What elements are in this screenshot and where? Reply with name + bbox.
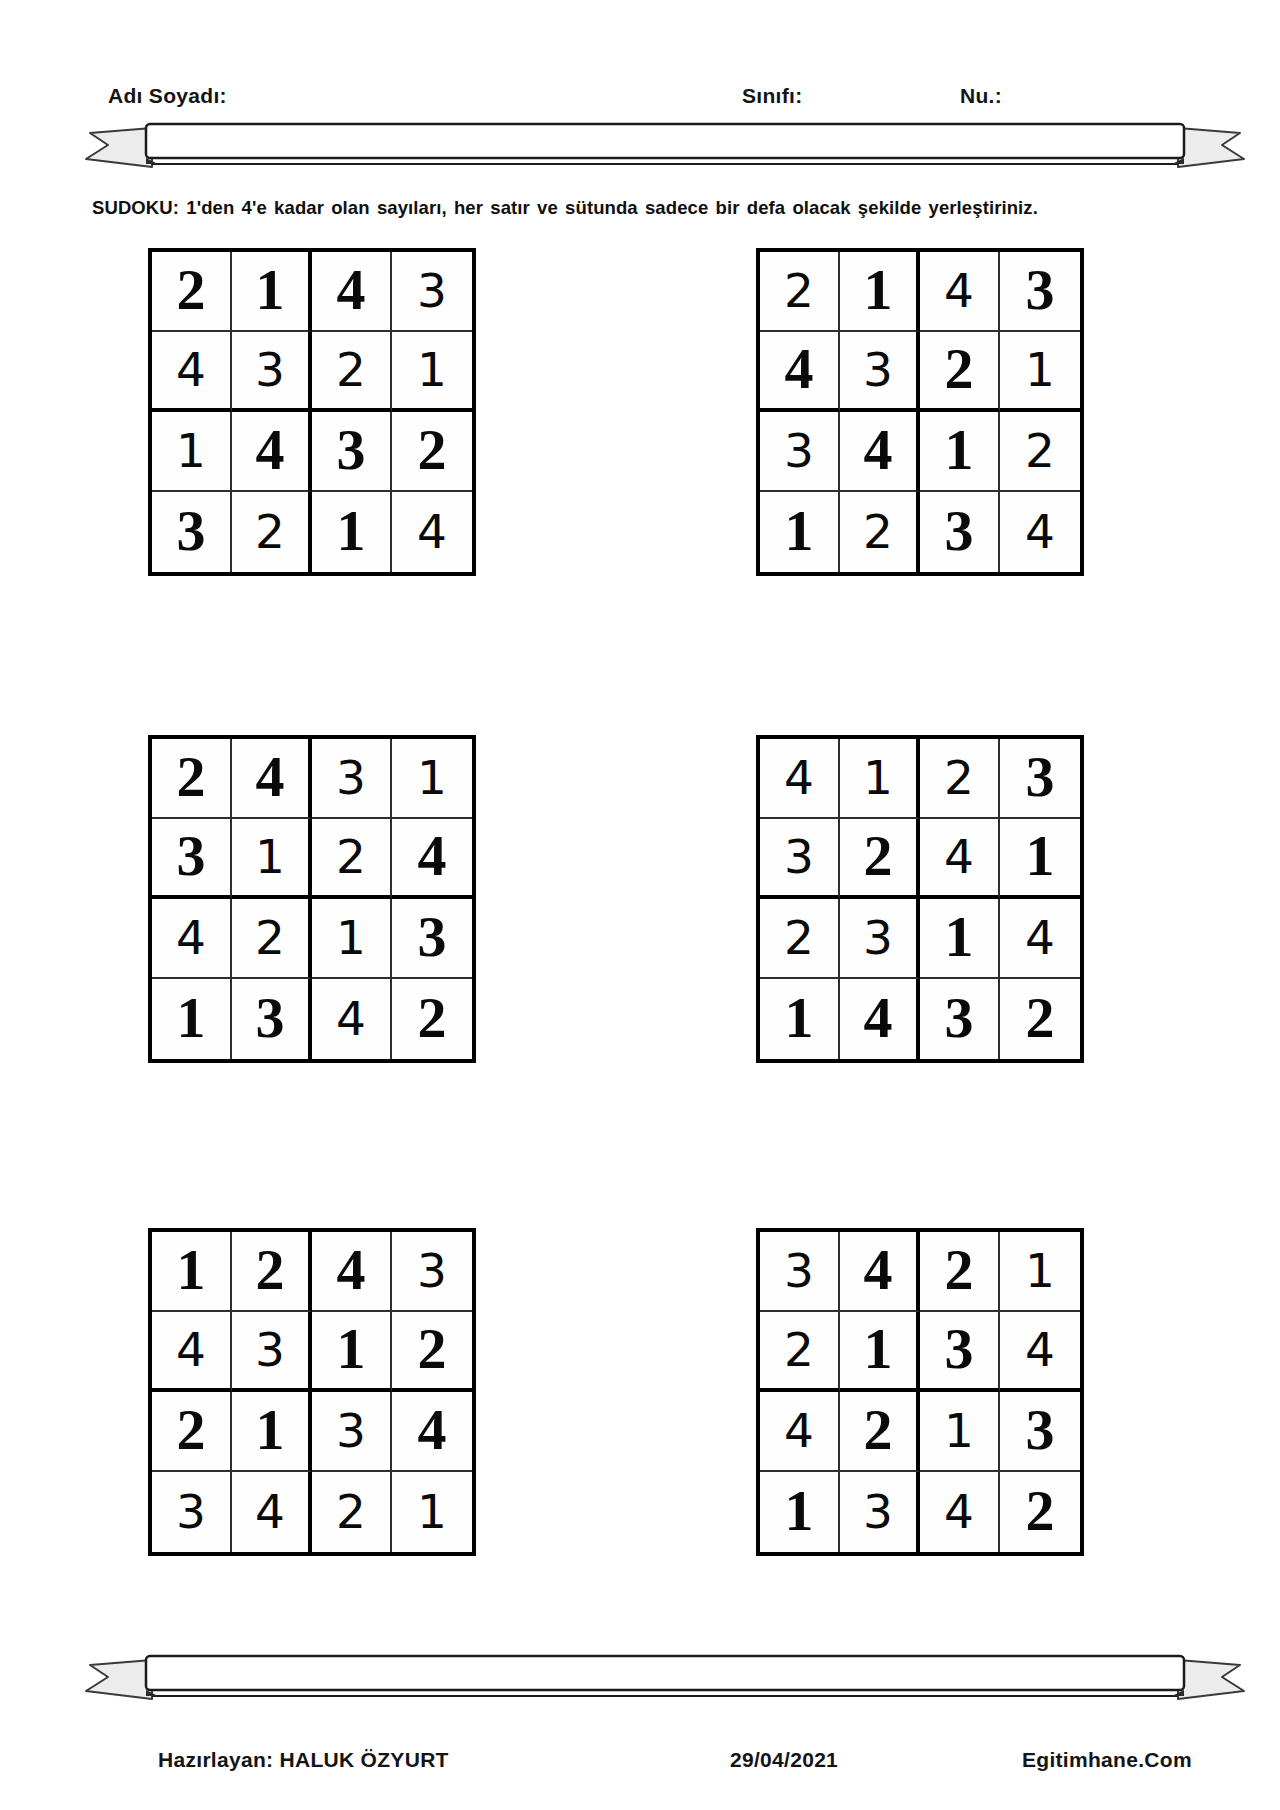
prepared-by-label: Hazırlayan: HALUK ÖZYURT xyxy=(158,1748,449,1772)
given-digit: 1 xyxy=(256,1401,285,1459)
given-digit: 2 xyxy=(945,1241,974,1299)
sudoku-grid-5-cell-r3c3: 3 xyxy=(312,1392,392,1472)
sudoku-grid-6-cell-r4c4: 2 xyxy=(1000,1472,1080,1552)
given-digit: 3 xyxy=(177,827,206,885)
sudoku-grid-3-cell-r4c2: 3 xyxy=(232,979,312,1059)
filled-digit: 1 xyxy=(863,754,893,801)
filled-digit: 3 xyxy=(863,1488,893,1535)
given-digit: 2 xyxy=(945,340,974,398)
given-digit: 1 xyxy=(177,989,206,1047)
filled-digit: 3 xyxy=(176,1488,206,1535)
filled-digit: 1 xyxy=(417,1488,447,1535)
sudoku-grid-5-cell-r2c2: 3 xyxy=(232,1312,312,1392)
sudoku-grid-5-cell-r1c4: 3 xyxy=(392,1232,472,1312)
filled-digit: 4 xyxy=(1025,914,1055,961)
sudoku-grid-6-cell-r1c4: 1 xyxy=(1000,1232,1080,1312)
given-digit: 3 xyxy=(337,421,366,479)
given-digit: 3 xyxy=(177,502,206,560)
sudoku-grid-4-cell-r1c3: 2 xyxy=(920,739,1000,819)
sudoku-grid-6-cell-r1c3: 2 xyxy=(920,1232,1000,1312)
given-digit: 1 xyxy=(864,261,893,319)
filled-digit: 3 xyxy=(863,914,893,961)
sudoku-grid-3-cell-r4c3: 4 xyxy=(312,979,392,1059)
sudoku-grid-1-cell-r1c1: 2 xyxy=(152,252,232,332)
sudoku-grid-6-cell-r3c4: 3 xyxy=(1000,1392,1080,1472)
sudoku-grid-6-cell-r3c3: 1 xyxy=(920,1392,1000,1472)
sudoku-grid-2-cell-r2c3: 2 xyxy=(920,332,1000,412)
filled-digit: 1 xyxy=(417,754,447,801)
filled-digit: 1 xyxy=(336,914,366,961)
given-digit: 3 xyxy=(1026,1401,1055,1459)
filled-digit: 2 xyxy=(1025,427,1055,474)
filled-digit: 1 xyxy=(1025,1247,1055,1294)
filled-digit: 4 xyxy=(1025,508,1055,555)
sudoku-grid-6-cell-r2c1: 2 xyxy=(760,1312,840,1392)
sudoku-grid-2-cell-r3c2: 4 xyxy=(840,412,920,492)
sudoku-grid-1: 2143432114323214 xyxy=(148,248,476,576)
sudoku-grid-5-cell-r1c2: 2 xyxy=(232,1232,312,1312)
sudoku-grid-1-cell-r2c2: 3 xyxy=(232,332,312,412)
filled-digit: 2 xyxy=(784,267,814,314)
sudoku-grid-3-cell-r2c1: 3 xyxy=(152,819,232,899)
sudoku-grid-5: 1243431221343421 xyxy=(148,1228,476,1556)
sudoku-grid-5-cell-r2c1: 4 xyxy=(152,1312,232,1392)
filled-digit: 4 xyxy=(176,346,206,393)
sudoku-grid-1-cell-r3c3: 3 xyxy=(312,412,392,492)
sudoku-grid-1-cell-r1c3: 4 xyxy=(312,252,392,332)
sudoku-grid-5-cell-r4c4: 1 xyxy=(392,1472,472,1552)
sudoku-grid-4-cell-r1c4: 3 xyxy=(1000,739,1080,819)
sudoku-grid-2-cell-r4c2: 2 xyxy=(840,492,920,572)
sudoku-grid-5-cell-r3c1: 2 xyxy=(152,1392,232,1472)
given-digit: 4 xyxy=(256,748,285,806)
filled-digit: 1 xyxy=(417,346,447,393)
filled-digit: 3 xyxy=(417,267,447,314)
filled-digit: 2 xyxy=(863,508,893,555)
class-label: Sınıfı: xyxy=(742,84,802,108)
sudoku-grid-1-cell-r1c4: 3 xyxy=(392,252,472,332)
given-digit: 1 xyxy=(785,502,814,560)
sudoku-grid-3: 2431312442131342 xyxy=(148,735,476,1063)
sudoku-grid-1-cell-r4c2: 2 xyxy=(232,492,312,572)
filled-digit: 1 xyxy=(944,1407,974,1454)
filled-digit: 2 xyxy=(336,833,366,880)
given-digit: 3 xyxy=(945,502,974,560)
given-digit: 1 xyxy=(337,1320,366,1378)
filled-digit: 4 xyxy=(944,833,974,880)
given-digit: 3 xyxy=(256,989,285,1047)
given-digit: 2 xyxy=(864,827,893,885)
given-digit: 4 xyxy=(864,989,893,1047)
sudoku-grid-5-cell-r4c3: 2 xyxy=(312,1472,392,1552)
filled-digit: 1 xyxy=(176,427,206,474)
sudoku-grid-6-cell-r1c2: 4 xyxy=(840,1232,920,1312)
sudoku-grid-1-cell-r2c4: 1 xyxy=(392,332,472,412)
sudoku-grid-3-cell-r3c4: 3 xyxy=(392,899,472,979)
sudoku-grid-2-cell-r3c4: 2 xyxy=(1000,412,1080,492)
sudoku-grid-2-cell-r3c1: 3 xyxy=(760,412,840,492)
given-digit: 4 xyxy=(256,421,285,479)
sudoku-grid-1-cell-r4c4: 4 xyxy=(392,492,472,572)
given-digit: 1 xyxy=(256,261,285,319)
sudoku-grid-1-cell-r2c1: 4 xyxy=(152,332,232,412)
sudoku-grid-4-cell-r2c4: 1 xyxy=(1000,819,1080,899)
filled-digit: 4 xyxy=(417,508,447,555)
given-digit: 1 xyxy=(864,1320,893,1378)
instruction-text: SUDOKU: 1'den 4'e kadar olan sayıları, h… xyxy=(92,197,1202,219)
sudoku-grid-4: 4123324123141432 xyxy=(756,735,1084,1063)
filled-digit: 3 xyxy=(255,346,285,393)
filled-digit: 2 xyxy=(784,914,814,961)
sudoku-grid-4-cell-r3c1: 2 xyxy=(760,899,840,979)
sudoku-grid-2-cell-r1c4: 3 xyxy=(1000,252,1080,332)
sudoku-grid-2-cell-r1c3: 4 xyxy=(920,252,1000,332)
sudoku-grid-2-cell-r2c1: 4 xyxy=(760,332,840,412)
sudoku-grid-6-cell-r4c3: 4 xyxy=(920,1472,1000,1552)
sudoku-grid-3-cell-r4c1: 1 xyxy=(152,979,232,1059)
sudoku-grid-5-cell-r3c4: 4 xyxy=(392,1392,472,1472)
given-digit: 4 xyxy=(418,827,447,885)
filled-digit: 4 xyxy=(176,1326,206,1373)
sudoku-grid-2-cell-r2c2: 3 xyxy=(840,332,920,412)
name-surname-label: Adı Soyadı: xyxy=(108,84,227,108)
ribbon-banner-top xyxy=(72,118,1252,178)
sudoku-grid-2-cell-r4c3: 3 xyxy=(920,492,1000,572)
sudoku-grid-2-cell-r3c3: 1 xyxy=(920,412,1000,492)
filled-digit: 4 xyxy=(255,1488,285,1535)
given-digit: 4 xyxy=(337,1241,366,1299)
given-digit: 2 xyxy=(177,748,206,806)
filled-digit: 3 xyxy=(417,1247,447,1294)
sudoku-grid-6: 3421213442131342 xyxy=(756,1228,1084,1556)
sudoku-grid-2-cell-r2c4: 1 xyxy=(1000,332,1080,412)
filled-digit: 2 xyxy=(336,1488,366,1535)
given-digit: 1 xyxy=(1026,827,1055,885)
filled-digit: 1 xyxy=(1025,346,1055,393)
given-digit: 3 xyxy=(945,989,974,1047)
sudoku-grid-5-cell-r3c2: 1 xyxy=(232,1392,312,1472)
sudoku-grid-3-cell-r2c4: 4 xyxy=(392,819,472,899)
sudoku-grid-1-cell-r1c2: 1 xyxy=(232,252,312,332)
sudoku-grid-4-cell-r3c4: 4 xyxy=(1000,899,1080,979)
given-digit: 3 xyxy=(1026,748,1055,806)
sudoku-grid-2-cell-r4c4: 4 xyxy=(1000,492,1080,572)
sudoku-grid-3-cell-r1c2: 4 xyxy=(232,739,312,819)
sudoku-grid-5-cell-r1c1: 1 xyxy=(152,1232,232,1312)
sudoku-grid-6-cell-r2c4: 4 xyxy=(1000,1312,1080,1392)
filled-digit: 4 xyxy=(1025,1326,1055,1373)
given-digit: 1 xyxy=(945,421,974,479)
worksheet-page: Adı Soyadı: Sınıfı: Nu.: SUDOKU: 1'den 4… xyxy=(0,0,1280,1810)
filled-digit: 4 xyxy=(176,914,206,961)
sudoku-grid-4-cell-r4c2: 4 xyxy=(840,979,920,1059)
given-digit: 2 xyxy=(177,261,206,319)
filled-digit: 4 xyxy=(784,754,814,801)
sudoku-grid-3-cell-r2c3: 2 xyxy=(312,819,392,899)
sudoku-grid-5-cell-r4c1: 3 xyxy=(152,1472,232,1552)
sudoku-grid-3-cell-r3c2: 2 xyxy=(232,899,312,979)
filled-digit: 2 xyxy=(255,914,285,961)
sudoku-grid-3-cell-r4c4: 2 xyxy=(392,979,472,1059)
given-digit: 4 xyxy=(418,1401,447,1459)
given-digit: 1 xyxy=(177,1241,206,1299)
given-digit: 4 xyxy=(785,340,814,398)
sudoku-grid-6-cell-r2c2: 1 xyxy=(840,1312,920,1392)
sudoku-grid-4-cell-r2c3: 4 xyxy=(920,819,1000,899)
sudoku-grid-4-cell-r1c1: 4 xyxy=(760,739,840,819)
given-digit: 2 xyxy=(418,1320,447,1378)
sudoku-grid-4-cell-r3c2: 3 xyxy=(840,899,920,979)
sudoku-grid-1-cell-r3c4: 2 xyxy=(392,412,472,492)
sudoku-grid-5-cell-r2c3: 1 xyxy=(312,1312,392,1392)
sudoku-grid-3-cell-r1c4: 1 xyxy=(392,739,472,819)
given-digit: 3 xyxy=(945,1320,974,1378)
given-digit: 2 xyxy=(177,1401,206,1459)
filled-digit: 4 xyxy=(944,1488,974,1535)
sudoku-grid-2-cell-r4c1: 1 xyxy=(760,492,840,572)
given-digit: 4 xyxy=(864,421,893,479)
sudoku-grid-3-cell-r1c3: 3 xyxy=(312,739,392,819)
given-digit: 3 xyxy=(418,908,447,966)
sudoku-grid-4-cell-r2c1: 3 xyxy=(760,819,840,899)
filled-digit: 3 xyxy=(863,346,893,393)
filled-digit: 3 xyxy=(784,1247,814,1294)
sudoku-grid-2-cell-r1c2: 1 xyxy=(840,252,920,332)
sudoku-grid-6-cell-r1c1: 3 xyxy=(760,1232,840,1312)
sudoku-grid-6-cell-r3c2: 2 xyxy=(840,1392,920,1472)
ribbon-banner-bottom xyxy=(72,1650,1252,1710)
sudoku-grid-1-cell-r4c3: 1 xyxy=(312,492,392,572)
given-digit: 4 xyxy=(864,1241,893,1299)
filled-digit: 1 xyxy=(255,833,285,880)
given-digit: 2 xyxy=(418,989,447,1047)
given-digit: 2 xyxy=(418,421,447,479)
sudoku-grid-4-cell-r3c3: 1 xyxy=(920,899,1000,979)
sudoku-grid-1-cell-r3c1: 1 xyxy=(152,412,232,492)
filled-digit: 3 xyxy=(784,427,814,474)
sudoku-grid-4-cell-r4c1: 1 xyxy=(760,979,840,1059)
filled-digit: 3 xyxy=(336,1407,366,1454)
filled-digit: 3 xyxy=(784,833,814,880)
sudoku-grid-1-cell-r3c2: 4 xyxy=(232,412,312,492)
sudoku-grid-3-cell-r1c1: 2 xyxy=(152,739,232,819)
filled-digit: 2 xyxy=(336,346,366,393)
sudoku-grid-6-cell-r3c1: 4 xyxy=(760,1392,840,1472)
filled-digit: 3 xyxy=(336,754,366,801)
sudoku-grid-5-cell-r4c2: 4 xyxy=(232,1472,312,1552)
given-digit: 1 xyxy=(945,908,974,966)
sudoku-grid-3-cell-r3c1: 4 xyxy=(152,899,232,979)
filled-digit: 2 xyxy=(944,754,974,801)
given-digit: 1 xyxy=(337,502,366,560)
given-digit: 2 xyxy=(256,1241,285,1299)
given-digit: 3 xyxy=(1026,261,1055,319)
student-number-label: Nu.: xyxy=(960,84,1002,108)
given-digit: 2 xyxy=(1026,989,1055,1047)
given-digit: 1 xyxy=(785,989,814,1047)
given-digit: 2 xyxy=(1026,1482,1055,1540)
sudoku-grid-4-cell-r2c2: 2 xyxy=(840,819,920,899)
sudoku-grid-1-cell-r2c3: 2 xyxy=(312,332,392,412)
filled-digit: 4 xyxy=(336,995,366,1042)
given-digit: 2 xyxy=(864,1401,893,1459)
given-digit: 1 xyxy=(785,1482,814,1540)
sudoku-grid-4-cell-r4c3: 3 xyxy=(920,979,1000,1059)
sudoku-grid-6-cell-r4c2: 3 xyxy=(840,1472,920,1552)
sudoku-grid-2-cell-r1c1: 2 xyxy=(760,252,840,332)
sudoku-grid-6-cell-r2c3: 3 xyxy=(920,1312,1000,1392)
site-label: Egitimhane.Com xyxy=(1022,1748,1192,1772)
given-digit: 4 xyxy=(337,261,366,319)
sudoku-grid-4-cell-r1c2: 1 xyxy=(840,739,920,819)
date-label: 29/04/2021 xyxy=(730,1748,838,1772)
sudoku-grid-4-cell-r4c4: 2 xyxy=(1000,979,1080,1059)
filled-digit: 2 xyxy=(784,1326,814,1373)
filled-digit: 4 xyxy=(944,267,974,314)
sudoku-grid-6-cell-r4c1: 1 xyxy=(760,1472,840,1552)
filled-digit: 4 xyxy=(784,1407,814,1454)
sudoku-grid-5-cell-r1c3: 4 xyxy=(312,1232,392,1312)
sudoku-grid-3-cell-r3c3: 1 xyxy=(312,899,392,979)
sudoku-grid-1-cell-r4c1: 3 xyxy=(152,492,232,572)
sudoku-grid-3-cell-r2c2: 1 xyxy=(232,819,312,899)
filled-digit: 3 xyxy=(255,1326,285,1373)
filled-digit: 2 xyxy=(255,508,285,555)
sudoku-grid-2: 2143432134121234 xyxy=(756,248,1084,576)
sudoku-grid-5-cell-r2c4: 2 xyxy=(392,1312,472,1392)
